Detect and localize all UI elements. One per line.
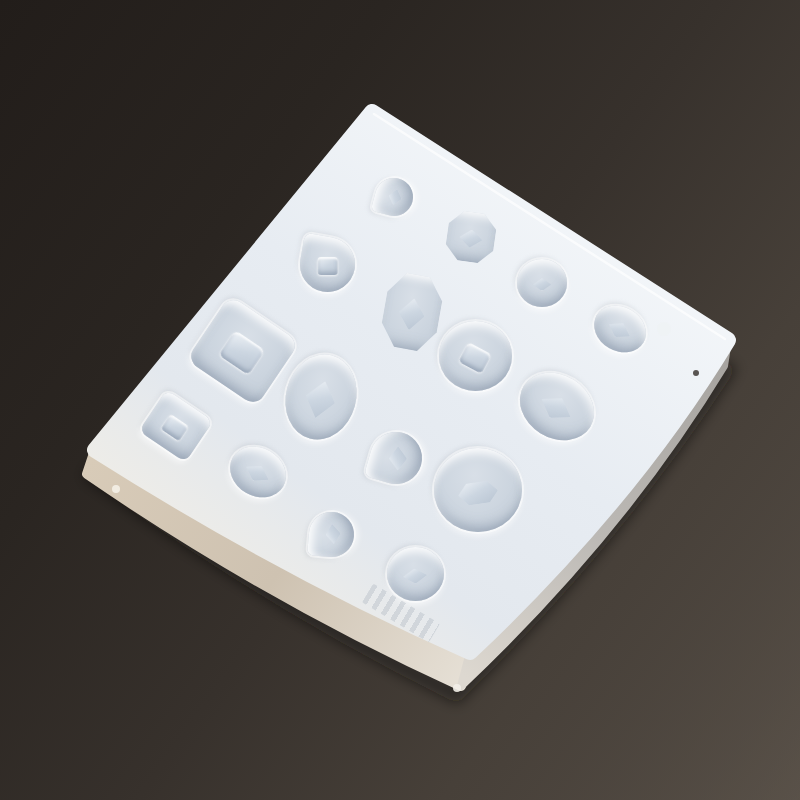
cavity-teardrop-large-facet <box>317 257 337 275</box>
cavity-circle-large-bottom-facet <box>456 477 499 508</box>
water-droplet-on-surface <box>657 322 671 336</box>
cavity-teardrop-small-bottom <box>307 510 356 559</box>
cavity-teardrop-small-top <box>371 174 418 221</box>
cavity-circle-small-top-facet <box>533 278 551 291</box>
cavity-layer <box>0 0 800 800</box>
cavity-teardrop-small-top-facet <box>387 188 404 207</box>
cavity-hexagon-large-facet <box>396 296 427 332</box>
cavity-circle-small-top <box>517 259 567 307</box>
cavity-square-large-facet <box>218 330 265 375</box>
photo-scene <box>0 0 800 800</box>
cavity-hexagon-small-facet <box>458 228 483 249</box>
cavity-teardrop-large <box>295 232 359 296</box>
cavity-oval-small-bottom-facet <box>242 459 273 487</box>
cavity-teardrop-small-bottom-facet <box>324 524 341 545</box>
cavity-teardrop-mid <box>364 426 428 490</box>
cavity-oval-large-right-facet <box>535 389 576 427</box>
cavity-circle-small-bottom <box>387 547 444 601</box>
cavity-oval-small-bottom <box>221 437 295 508</box>
cavity-circle-large-top <box>439 321 512 391</box>
cavity-oval-large-left <box>276 346 366 447</box>
flash-speck-left-corner <box>112 485 120 493</box>
cavity-oval-large-left-facet <box>301 377 340 421</box>
cavity-hexagon-large <box>377 269 448 356</box>
dark-speck-right-edge <box>693 370 699 376</box>
cavity-teardrop-mid-facet <box>388 446 406 470</box>
cavity-circle-large-top-facet <box>458 342 491 374</box>
flash-speck-bottom-corner <box>453 684 461 692</box>
cavity-square-small-facet <box>161 414 189 441</box>
cavity-circle-small-bottom-facet <box>402 567 427 584</box>
cavity-circle-large-bottom <box>434 448 522 532</box>
cavity-hexagon-small <box>443 208 500 266</box>
cavity-oval-small-top-facet <box>605 317 634 343</box>
cavity-square-small <box>139 390 213 463</box>
cavity-oval-large-right <box>507 359 607 454</box>
cavity-square-large <box>186 295 299 407</box>
cavity-oval-small-top <box>586 296 655 361</box>
